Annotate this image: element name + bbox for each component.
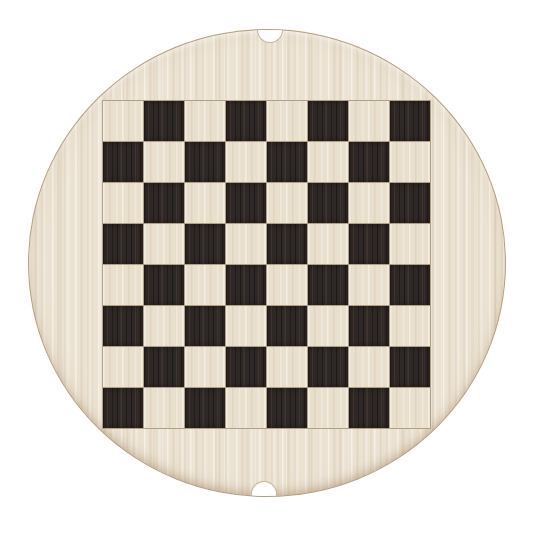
square-d2[interactable]: [226, 347, 266, 387]
square-b6[interactable]: [144, 183, 184, 223]
square-d5[interactable]: [226, 224, 266, 264]
square-h7[interactable]: [390, 142, 430, 182]
square-f7[interactable]: [308, 142, 348, 182]
square-e7[interactable]: [267, 142, 307, 182]
square-h5[interactable]: [390, 224, 430, 264]
square-h4[interactable]: [390, 265, 430, 305]
square-a3[interactable]: [103, 306, 143, 346]
square-g5[interactable]: [349, 224, 389, 264]
square-d4[interactable]: [226, 265, 266, 305]
square-g3[interactable]: [349, 306, 389, 346]
square-b5[interactable]: [144, 224, 184, 264]
square-a4[interactable]: [103, 265, 143, 305]
square-h1[interactable]: [390, 388, 430, 428]
square-b2[interactable]: [144, 347, 184, 387]
square-a6[interactable]: [103, 183, 143, 223]
square-e1[interactable]: [267, 388, 307, 428]
square-e8[interactable]: [267, 101, 307, 141]
square-b7[interactable]: [144, 142, 184, 182]
square-h6[interactable]: [390, 183, 430, 223]
square-c3[interactable]: [185, 306, 225, 346]
square-h8[interactable]: [390, 101, 430, 141]
square-b3[interactable]: [144, 306, 184, 346]
square-a1[interactable]: [103, 388, 143, 428]
square-a7[interactable]: [103, 142, 143, 182]
square-d8[interactable]: [226, 101, 266, 141]
square-d6[interactable]: [226, 183, 266, 223]
square-c4[interactable]: [185, 265, 225, 305]
square-g8[interactable]: [349, 101, 389, 141]
square-h3[interactable]: [390, 306, 430, 346]
square-g6[interactable]: [349, 183, 389, 223]
square-a5[interactable]: [103, 224, 143, 264]
square-h2[interactable]: [390, 347, 430, 387]
square-a2[interactable]: [103, 347, 143, 387]
square-f3[interactable]: [308, 306, 348, 346]
round-wooden-board: [28, 29, 506, 497]
square-c7[interactable]: [185, 142, 225, 182]
square-c1[interactable]: [185, 388, 225, 428]
square-c2[interactable]: [185, 347, 225, 387]
square-g2[interactable]: [349, 347, 389, 387]
square-f2[interactable]: [308, 347, 348, 387]
square-f8[interactable]: [308, 101, 348, 141]
top-notch: [257, 29, 283, 43]
square-c5[interactable]: [185, 224, 225, 264]
product-photo: [0, 0, 533, 533]
square-b4[interactable]: [144, 265, 184, 305]
square-f6[interactable]: [308, 183, 348, 223]
square-e3[interactable]: [267, 306, 307, 346]
chessboard: [102, 100, 431, 429]
square-f1[interactable]: [308, 388, 348, 428]
square-a8[interactable]: [103, 101, 143, 141]
square-e2[interactable]: [267, 347, 307, 387]
square-b8[interactable]: [144, 101, 184, 141]
square-g4[interactable]: [349, 265, 389, 305]
square-f5[interactable]: [308, 224, 348, 264]
square-e5[interactable]: [267, 224, 307, 264]
square-c6[interactable]: [185, 183, 225, 223]
square-c8[interactable]: [185, 101, 225, 141]
square-d3[interactable]: [226, 306, 266, 346]
bottom-notch: [251, 481, 277, 497]
square-f4[interactable]: [308, 265, 348, 305]
square-g7[interactable]: [349, 142, 389, 182]
square-d1[interactable]: [226, 388, 266, 428]
square-e6[interactable]: [267, 183, 307, 223]
square-g1[interactable]: [349, 388, 389, 428]
square-b1[interactable]: [144, 388, 184, 428]
square-d7[interactable]: [226, 142, 266, 182]
square-e4[interactable]: [267, 265, 307, 305]
